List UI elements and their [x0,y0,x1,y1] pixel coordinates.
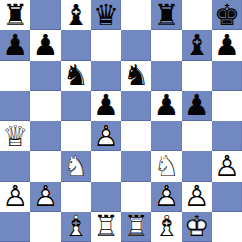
square-b3[interactable] [30,151,60,181]
square-a4[interactable]: ♛♕ [0,121,30,151]
square-e3[interactable] [121,151,151,181]
square-f1[interactable]: ♝♗ [151,212,181,242]
square-f8[interactable]: ♜ [151,0,181,30]
white-pawn-fill: ♟ [151,182,181,212]
white-pawn-fill: ♟ [30,182,60,212]
white-rook-fill: ♜ [121,212,151,242]
white-queen-fill: ♛ [0,121,30,151]
white-king[interactable]: ♔ [182,212,212,242]
square-e4[interactable] [121,121,151,151]
square-b2[interactable]: ♟♙ [30,182,60,212]
white-rook[interactable]: ♖ [91,212,121,242]
square-c2[interactable] [61,182,91,212]
black-pawn[interactable]: ♟ [182,91,212,121]
black-rook[interactable]: ♜ [151,0,181,30]
white-bishop-fill: ♝ [151,212,181,242]
black-queen[interactable]: ♛ [91,0,121,30]
white-pawn[interactable]: ♙ [212,151,242,181]
black-knight[interactable]: ♞ [121,61,151,91]
white-knight-fill: ♞ [61,151,91,181]
white-bishop[interactable]: ♗ [61,212,91,242]
square-e5[interactable] [121,91,151,121]
square-c6[interactable]: ♞ [61,61,91,91]
white-pawn[interactable]: ♙ [0,182,30,212]
square-h1[interactable] [212,212,242,242]
white-pawn-fill: ♟ [212,151,242,181]
square-f2[interactable]: ♟♙ [151,182,181,212]
square-g6[interactable] [182,61,212,91]
square-a7[interactable]: ♟ [0,30,30,60]
black-knight[interactable]: ♞ [61,61,91,91]
black-pawn[interactable]: ♟ [91,91,121,121]
square-d4[interactable]: ♟♙ [91,121,121,151]
white-knight[interactable]: ♘ [61,151,91,181]
square-c3[interactable]: ♞♘ [61,151,91,181]
square-e2[interactable] [121,182,151,212]
square-a2[interactable]: ♟♙ [0,182,30,212]
white-pawn[interactable]: ♙ [30,182,60,212]
white-king-fill: ♚ [182,212,212,242]
square-g4[interactable] [182,121,212,151]
black-king[interactable]: ♚ [212,0,242,30]
square-h4[interactable] [212,121,242,151]
square-b7[interactable]: ♟ [30,30,60,60]
square-b5[interactable] [30,91,60,121]
black-pawn[interactable]: ♟ [0,30,30,60]
black-pawn[interactable]: ♟ [30,30,60,60]
square-e1[interactable]: ♜♖ [121,212,151,242]
white-pawn[interactable]: ♙ [151,182,181,212]
square-h5[interactable] [212,91,242,121]
square-c1[interactable]: ♝♗ [61,212,91,242]
white-rook-fill: ♜ [91,212,121,242]
square-g7[interactable]: ♝ [182,30,212,60]
square-a3[interactable] [0,151,30,181]
square-g5[interactable]: ♟ [182,91,212,121]
square-e6[interactable]: ♞ [121,61,151,91]
black-bishop[interactable]: ♝ [182,30,212,60]
square-f6[interactable] [151,61,181,91]
square-a1[interactable] [0,212,30,242]
square-c4[interactable] [61,121,91,151]
square-g3[interactable] [182,151,212,181]
square-d7[interactable] [91,30,121,60]
white-rook[interactable]: ♖ [121,212,151,242]
square-b4[interactable] [30,121,60,151]
white-bishop-fill: ♝ [61,212,91,242]
square-a8[interactable]: ♜ [0,0,30,30]
chess-board: ♜♝♛♜♚♟♟♝♟♞♞♟♟♟♛♕♟♙♞♘♞♘♟♙♟♙♟♙♟♙♟♙♝♗♜♖♜♖♝♗… [0,0,242,242]
square-e8[interactable] [121,0,151,30]
square-g1[interactable]: ♚♔ [182,212,212,242]
square-d6[interactable] [91,61,121,91]
square-b6[interactable] [30,61,60,91]
square-b1[interactable] [30,212,60,242]
square-a6[interactable] [0,61,30,91]
square-f4[interactable] [151,121,181,151]
square-d5[interactable]: ♟ [91,91,121,121]
square-h7[interactable]: ♟ [212,30,242,60]
square-g2[interactable]: ♟♙ [182,182,212,212]
square-a5[interactable] [0,91,30,121]
square-c7[interactable] [61,30,91,60]
square-h3[interactable]: ♟♙ [212,151,242,181]
square-c5[interactable] [61,91,91,121]
square-f3[interactable]: ♞♘ [151,151,181,181]
black-pawn[interactable]: ♟ [151,91,181,121]
square-d3[interactable] [91,151,121,181]
white-pawn[interactable]: ♙ [91,121,121,151]
square-f7[interactable] [151,30,181,60]
white-pawn-fill: ♟ [0,182,30,212]
white-pawn-fill: ♟ [182,182,212,212]
square-d8[interactable]: ♛ [91,0,121,30]
white-knight-fill: ♞ [151,151,181,181]
square-e7[interactable] [121,30,151,60]
white-bishop[interactable]: ♗ [151,212,181,242]
white-pawn-fill: ♟ [91,121,121,151]
square-b8[interactable] [30,0,60,30]
square-c8[interactable]: ♝ [61,0,91,30]
square-h6[interactable] [212,61,242,91]
square-g8[interactable] [182,0,212,30]
square-h8[interactable]: ♚ [212,0,242,30]
white-knight[interactable]: ♘ [151,151,181,181]
square-d1[interactable]: ♜♖ [91,212,121,242]
square-h2[interactable] [212,182,242,212]
black-rook[interactable]: ♜ [0,0,30,30]
white-queen[interactable]: ♕ [0,121,30,151]
black-bishop[interactable]: ♝ [61,0,91,30]
black-pawn[interactable]: ♟ [212,30,242,60]
square-d2[interactable] [91,182,121,212]
white-pawn[interactable]: ♙ [182,182,212,212]
square-f5[interactable]: ♟ [151,91,181,121]
